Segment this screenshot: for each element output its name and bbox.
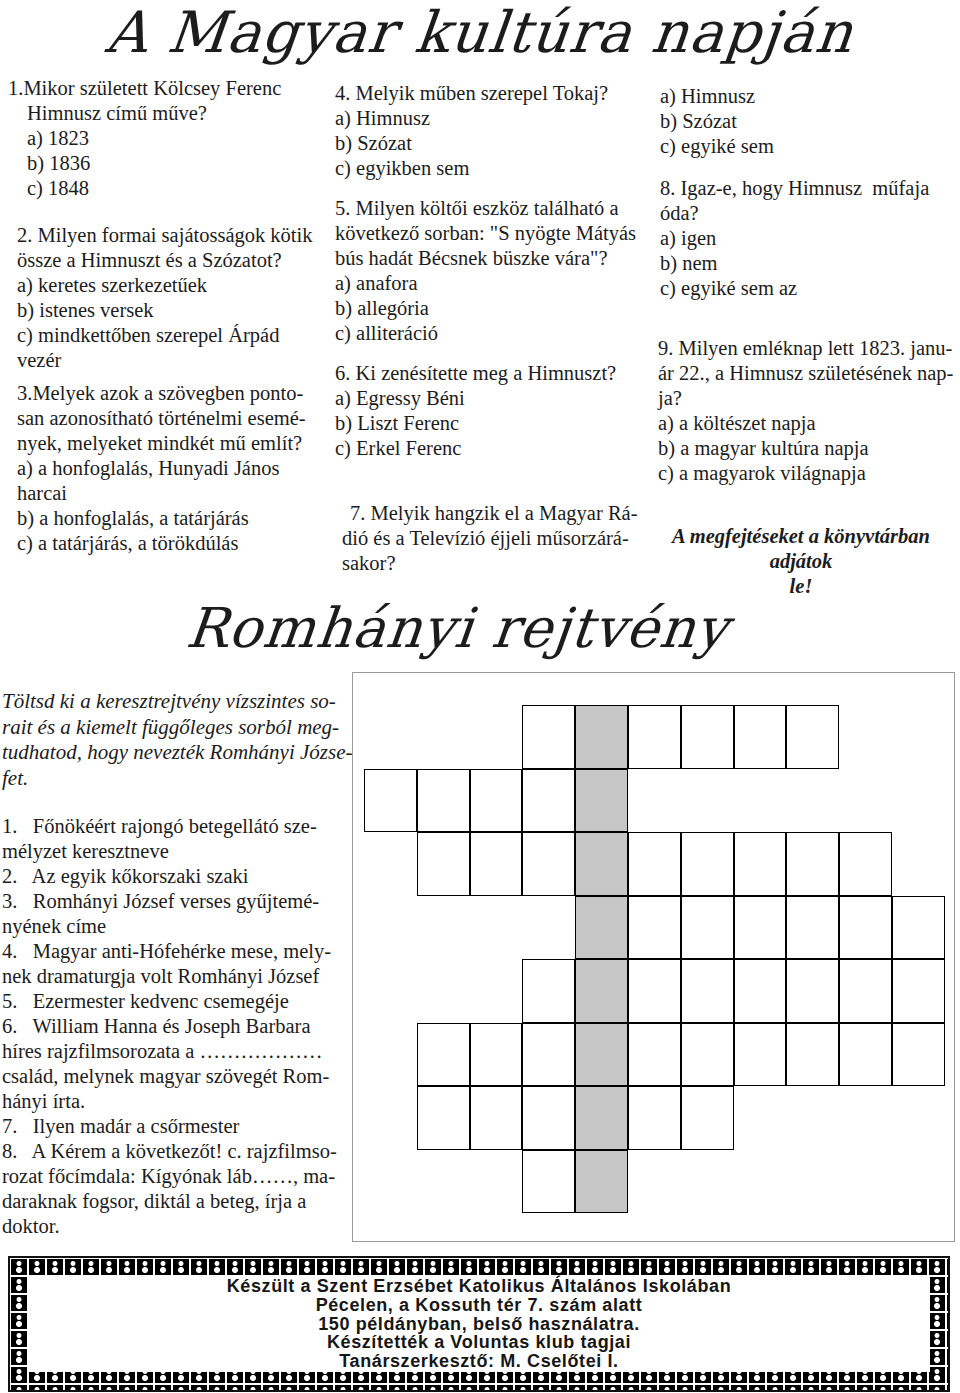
crossword-cell[interactable] (734, 1023, 787, 1087)
crossword-cell[interactable] (839, 832, 892, 896)
crossword-cell[interactable] (417, 1023, 470, 1087)
clue-8: 8. A Kérem a következőt! c. rajzfilmso- … (2, 1139, 354, 1239)
submission-note: A megfejtéseket a könyvtárban adjátok le… (650, 524, 952, 599)
crossword-cell[interactable] (522, 769, 575, 833)
crossword-cell-highlighted[interactable] (575, 832, 628, 896)
crossword-spacer (364, 959, 417, 1023)
crossword-spacer (628, 769, 681, 833)
clue-list: 1. Főnökéért rajongó betegellátó sze- mé… (2, 814, 354, 1239)
crossword-cell[interactable] (892, 896, 945, 960)
crossword-cell[interactable] (417, 832, 470, 896)
crossword-spacer (786, 1150, 839, 1214)
crossword-spacer (734, 1086, 787, 1150)
crossword-cell[interactable] (470, 1086, 523, 1150)
crossword-cell[interactable] (364, 769, 417, 833)
crossword-cell[interactable] (522, 705, 575, 769)
crossword-cell-highlighted[interactable] (575, 705, 628, 769)
question-9: 9. Milyen emléknap lett 1823. janu- ár 2… (658, 336, 956, 486)
crossword-spacer (734, 769, 787, 833)
crossword-spacer (892, 769, 945, 833)
crossword-spacer (839, 1086, 892, 1150)
crossword-spacer (470, 705, 523, 769)
crossword-cell[interactable] (786, 959, 839, 1023)
question-4: 4. Melyik műben szerepel Tokaj? a) Himnu… (335, 81, 655, 181)
crossword-cell-highlighted[interactable] (575, 959, 628, 1023)
crossword-spacer (364, 1023, 417, 1087)
crossword-cell[interactable] (786, 705, 839, 769)
crossword-cell[interactable] (628, 1086, 681, 1150)
question-7: 7. Melyik hangzik el a Magyar Rá- dió és… (342, 501, 655, 576)
crossword-spacer (364, 832, 417, 896)
footer-line-4: Készítették a Voluntas klub tagjai (327, 1333, 631, 1352)
crossword-cell[interactable] (734, 705, 787, 769)
crossword-cell-highlighted[interactable] (575, 1086, 628, 1150)
crossword-spacer (522, 896, 575, 960)
crossword-cell[interactable] (470, 769, 523, 833)
clue-5: 5. Ezermester kedvenc csemegéje (2, 989, 354, 1014)
crossword-cell-highlighted[interactable] (575, 1023, 628, 1087)
crossword-cell[interactable] (522, 1150, 575, 1214)
clue-2: 2. Az egyik kőkorszaki szaki (2, 864, 354, 889)
crossword-spacer (786, 769, 839, 833)
crossword-spacer (417, 896, 470, 960)
crossword-spacer (839, 769, 892, 833)
crossword-spacer (364, 896, 417, 960)
crossword-cell[interactable] (734, 896, 787, 960)
crossword-cell[interactable] (681, 832, 734, 896)
crossword-spacer (417, 1150, 470, 1214)
crossword-cell[interactable] (734, 959, 787, 1023)
crossword-cell[interactable] (839, 896, 892, 960)
footer-banner: Készült a Szent Erzsébet Katolikus Által… (8, 1256, 950, 1392)
crossword-cell[interactable] (681, 1086, 734, 1150)
crossword-cell[interactable] (470, 832, 523, 896)
question-7-answers: a) Himnusz b) Szózat c) egyiké sem (660, 84, 955, 159)
crossword-cell[interactable] (734, 832, 787, 896)
crossword-spacer (417, 705, 470, 769)
crossword-spacer (839, 705, 892, 769)
footer-line-5: Tanárszerkesztő: M. Cselőtei I. (339, 1352, 618, 1371)
crossword-cell[interactable] (522, 832, 575, 896)
crossword-cell[interactable] (681, 896, 734, 960)
crossword-spacer (892, 832, 945, 896)
crossword-cell[interactable] (470, 1023, 523, 1087)
crossword-spacer (417, 959, 470, 1023)
crossword-cell[interactable] (628, 705, 681, 769)
clue-4: 4. Magyar anti-Hófehérke mese, mely- nek… (2, 939, 354, 989)
crossword-cell[interactable] (786, 1023, 839, 1087)
clue-6: 6. William Hanna és Joseph Barbara híres… (2, 1014, 354, 1114)
crossword-frame (352, 672, 955, 1242)
crossword-cell[interactable] (628, 1023, 681, 1087)
crossword-cell[interactable] (839, 959, 892, 1023)
newsletter-page: A Magyar kultúra napján 1.Mikor születet… (0, 0, 960, 1393)
question-1: 1.Mikor született Kölcsey Ferenc Himnusz… (27, 76, 317, 201)
crossword-spacer (734, 1150, 787, 1214)
footer-line-1: Készült a Szent Erzsébet Katolikus Által… (227, 1277, 732, 1296)
crossword-cell[interactable] (417, 769, 470, 833)
crossword-cell[interactable] (892, 1023, 945, 1087)
crossword-spacer (681, 769, 734, 833)
crossword-cell[interactable] (681, 959, 734, 1023)
crossword-spacer (892, 1086, 945, 1150)
crossword-spacer (628, 1150, 681, 1214)
footer-line-3: 150 példányban, belső használatra. (318, 1315, 640, 1334)
crossword-cell[interactable] (839, 1023, 892, 1087)
question-6: 6. Ki zenésítette meg a Himnuszt? a) Egr… (335, 361, 655, 461)
crossword-cell[interactable] (628, 959, 681, 1023)
crossword-cell[interactable] (786, 896, 839, 960)
question-8: 8. Igaz-e, hogy Himnusz műfaja óda? a) i… (660, 176, 955, 301)
page-title: A Magyar kultúra napján (0, 0, 960, 64)
clue-3: 3. Romhányi József verses gyűjtemé- nyén… (2, 889, 354, 939)
crossword-spacer (839, 1150, 892, 1214)
crossword-spacer (470, 959, 523, 1023)
clue-7: 7. Ilyen madár a csőrmester (2, 1114, 354, 1139)
puzzle-instructions: Töltsd ki a keresztrejtvény vízszintes s… (2, 689, 354, 791)
crossword-spacer (470, 896, 523, 960)
crossword-spacer (786, 1086, 839, 1150)
question-5: 5. Milyen költői eszköz található a köve… (335, 196, 655, 346)
crossword-cell-highlighted[interactable] (575, 1150, 628, 1214)
crossword-cell[interactable] (522, 1086, 575, 1150)
crossword-spacer (892, 705, 945, 769)
crossword-cell[interactable] (628, 832, 681, 896)
crossword-cell[interactable] (628, 896, 681, 960)
footer-banner-inner: Készült a Szent Erzsébet Katolikus Által… (28, 1276, 930, 1372)
crossword-spacer (364, 705, 417, 769)
crossword-spacer (364, 1150, 417, 1214)
crossword-grid (364, 705, 945, 1213)
crossword-cell[interactable] (681, 705, 734, 769)
crossword-spacer (892, 1150, 945, 1214)
question-2: 2. Milyen formai sajátosságok kötik össz… (17, 223, 317, 373)
puzzle-title: Romhányi rejtvény (0, 596, 918, 660)
clue-1: 1. Főnökéért rajongó betegellátó sze- mé… (2, 814, 354, 864)
crossword-cell-highlighted[interactable] (575, 769, 628, 833)
crossword-spacer (470, 1150, 523, 1214)
footer-line-2: Pécelen, a Kossuth tér 7. szám alatt (316, 1296, 643, 1315)
crossword-cell[interactable] (522, 959, 575, 1023)
crossword-spacer (681, 1150, 734, 1214)
question-3: 3.Melyek azok a szövegben ponto- san azo… (17, 381, 317, 556)
crossword-cell[interactable] (892, 959, 945, 1023)
crossword-cell[interactable] (522, 1023, 575, 1087)
crossword-spacer (364, 1086, 417, 1150)
crossword-cell[interactable] (681, 1023, 734, 1087)
crossword-cell[interactable] (417, 1086, 470, 1150)
crossword-cell-highlighted[interactable] (575, 896, 628, 960)
crossword-cell[interactable] (786, 832, 839, 896)
